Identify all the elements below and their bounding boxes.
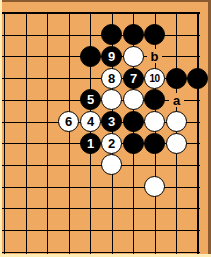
point-label-a: a	[169, 93, 184, 107]
move-number: 5	[87, 93, 94, 106]
grid-line	[0, 165, 200, 166]
black-stone	[187, 68, 208, 89]
move-number: 7	[130, 72, 137, 85]
move-number: 2	[108, 137, 115, 150]
go-diagram: 9b87105a64312	[0, 0, 211, 257]
black-stone	[144, 133, 165, 154]
black-stone	[123, 133, 144, 154]
white-stone-move-10: 10	[144, 68, 165, 89]
white-stone	[144, 111, 165, 132]
frame-edge-top	[0, 0, 211, 2]
white-stone-move-6: 6	[58, 111, 79, 132]
move-number: 6	[65, 115, 72, 128]
move-number: 10	[149, 74, 159, 84]
black-stone-move-3: 3	[101, 111, 122, 132]
white-stone	[123, 46, 144, 67]
grid-line	[0, 12, 200, 14]
move-number: 3	[108, 115, 115, 128]
white-stone	[166, 133, 187, 154]
grid-line	[69, 12, 70, 257]
white-stone	[101, 89, 122, 110]
white-stone-move-2: 2	[101, 133, 122, 154]
black-stone-move-5: 5	[80, 89, 101, 110]
point-label-b: b	[147, 49, 162, 63]
grid-line	[26, 12, 27, 257]
white-stone	[144, 176, 165, 197]
move-number: 9	[108, 50, 115, 63]
move-number: 4	[87, 115, 94, 128]
grid-line	[0, 230, 200, 231]
white-stone	[123, 89, 144, 110]
black-stone	[144, 89, 165, 110]
white-stone-move-4: 4	[80, 111, 101, 132]
black-stone	[123, 24, 144, 45]
white-stone-move-8: 8	[101, 68, 122, 89]
grid-line	[0, 252, 200, 253]
grid-line	[0, 35, 200, 36]
white-stone	[166, 111, 187, 132]
grid-line	[47, 12, 48, 257]
black-stone	[123, 111, 144, 132]
black-stone-move-1: 1	[80, 133, 101, 154]
frame-edge-right	[208, 0, 211, 257]
grid-line	[0, 187, 200, 188]
grid-line	[197, 12, 199, 257]
grid-line	[4, 12, 5, 257]
black-stone	[144, 24, 165, 45]
black-stone	[101, 24, 122, 45]
black-stone-move-7: 7	[123, 68, 144, 89]
frame-edge-left	[0, 0, 2, 257]
black-stone	[166, 68, 187, 89]
white-stone	[101, 154, 122, 175]
move-number: 8	[108, 72, 115, 85]
grid-line	[0, 208, 200, 209]
move-number: 1	[87, 137, 94, 150]
black-stone	[80, 46, 101, 67]
black-stone-move-9: 9	[101, 46, 122, 67]
